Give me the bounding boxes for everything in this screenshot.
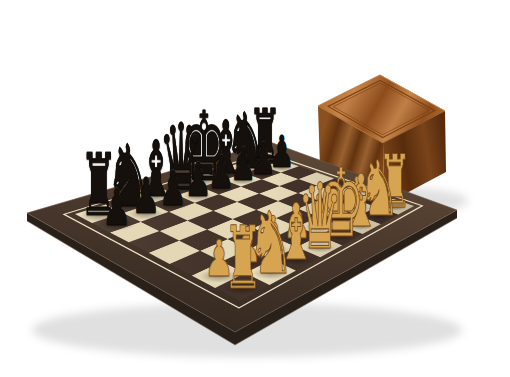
piece-black-pawn-c7[interactable]: ♟ xyxy=(159,165,187,213)
piece-black-pawn-d7[interactable]: ♟ xyxy=(185,157,212,204)
piece-black-pawn-a7[interactable]: ♟ xyxy=(102,182,131,232)
piece-black-pawn-b7[interactable]: ♟ xyxy=(132,173,160,222)
piece-black-pawn-e7[interactable]: ♟ xyxy=(208,150,235,196)
chess-set-product-photo: ♜♞♝♛♚♝♞♜♟♟♟♟♟♟♟♟♟♟♟♟♟♟♟♟♜♞♝♛♚♝♞♜ xyxy=(0,0,510,377)
piece-white-rook-a1[interactable]: ♜ xyxy=(223,215,262,302)
